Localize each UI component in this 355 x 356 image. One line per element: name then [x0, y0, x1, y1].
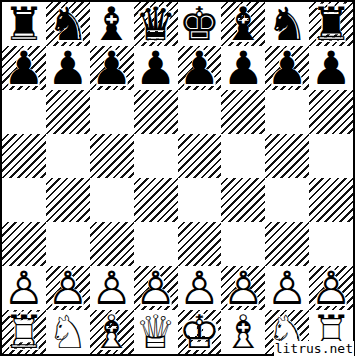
square-f4	[221, 178, 265, 222]
piece-white-pawn: ♟♙	[265, 266, 309, 310]
square-c1: ♝♗	[90, 310, 134, 354]
square-c8: ♝♝	[90, 2, 134, 46]
piece-glyph: ♝	[90, 2, 134, 46]
square-c5	[90, 134, 134, 178]
piece-glyph: ♛	[134, 2, 178, 46]
square-d8: ♛♛	[134, 2, 178, 46]
square-h7: ♟♟	[309, 46, 353, 90]
piece-white-queen: ♛♕	[134, 310, 178, 354]
square-d3	[134, 222, 178, 266]
square-h5	[309, 134, 353, 178]
square-g6	[265, 90, 309, 134]
piece-black-pawn: ♟♟	[309, 46, 353, 90]
square-f6	[221, 90, 265, 134]
piece-black-pawn: ♟♟	[90, 46, 134, 90]
square-h3	[309, 222, 353, 266]
piece-white-pawn: ♟♙	[90, 266, 134, 310]
square-e6	[178, 90, 222, 134]
piece-black-pawn: ♟♟	[265, 46, 309, 90]
piece-white-pawn: ♟♙	[134, 266, 178, 310]
piece-white-bishop: ♝♗	[90, 310, 134, 354]
piece-glyph: ♟	[90, 46, 134, 90]
piece-glyph: ♕	[134, 310, 178, 354]
piece-white-pawn: ♟♙	[221, 266, 265, 310]
piece-glyph: ♞	[46, 2, 90, 46]
piece-white-bishop: ♝♗	[221, 310, 265, 354]
piece-glyph: ♙	[134, 266, 178, 310]
piece-glyph: ♙	[90, 266, 134, 310]
piece-glyph: ♝	[221, 2, 265, 46]
square-h8: ♜♜	[309, 2, 353, 46]
piece-glyph: ♟	[265, 46, 309, 90]
piece-white-knight: ♞♘	[46, 310, 90, 354]
square-c2: ♟♙	[90, 266, 134, 310]
piece-black-knight: ♞♞	[46, 2, 90, 46]
piece-black-rook: ♜♜	[309, 2, 353, 46]
piece-black-bishop: ♝♝	[221, 2, 265, 46]
square-h4	[309, 178, 353, 222]
square-b6	[46, 90, 90, 134]
piece-glyph: ♟	[309, 46, 353, 90]
square-a2: ♟♙	[2, 266, 46, 310]
square-a4	[2, 178, 46, 222]
square-b8: ♞♞	[46, 2, 90, 46]
piece-black-knight: ♞♞	[265, 2, 309, 46]
square-a1: ♜♖	[2, 310, 46, 354]
square-e2: ♟♙	[178, 266, 222, 310]
square-d5	[134, 134, 178, 178]
square-g7: ♟♟	[265, 46, 309, 90]
square-b2: ♟♙	[46, 266, 90, 310]
square-g2: ♟♙	[265, 266, 309, 310]
square-e5	[178, 134, 222, 178]
piece-glyph: ♖	[2, 310, 46, 354]
square-d4	[134, 178, 178, 222]
piece-white-pawn: ♟♙	[46, 266, 90, 310]
piece-white-pawn: ♟♙	[178, 266, 222, 310]
square-a6	[2, 90, 46, 134]
square-e8: ♚♚	[178, 2, 222, 46]
square-a7: ♟♟	[2, 46, 46, 90]
piece-black-queen: ♛♛	[134, 2, 178, 46]
square-d1: ♛♕	[134, 310, 178, 354]
piece-black-pawn: ♟♟	[46, 46, 90, 90]
piece-glyph: ♙	[265, 266, 309, 310]
piece-glyph: ♗	[90, 310, 134, 354]
piece-glyph: ♗	[221, 310, 265, 354]
square-e7: ♟♟	[178, 46, 222, 90]
square-a5	[2, 134, 46, 178]
square-f3	[221, 222, 265, 266]
square-h2: ♟♙	[309, 266, 353, 310]
piece-glyph: ♟	[134, 46, 178, 90]
square-g4	[265, 178, 309, 222]
square-c6	[90, 90, 134, 134]
piece-black-pawn: ♟♟	[134, 46, 178, 90]
piece-glyph: ♚	[178, 2, 222, 46]
piece-glyph: ♙	[221, 266, 265, 310]
square-b3	[46, 222, 90, 266]
piece-glyph: ♔	[178, 310, 222, 354]
piece-glyph: ♘	[46, 310, 90, 354]
piece-white-pawn: ♟♙	[309, 266, 353, 310]
piece-glyph: ♟	[221, 46, 265, 90]
square-e1: ♚♔	[178, 310, 222, 354]
square-g3	[265, 222, 309, 266]
piece-glyph: ♙	[2, 266, 46, 310]
square-a3	[2, 222, 46, 266]
piece-glyph: ♞	[265, 2, 309, 46]
piece-black-bishop: ♝♝	[90, 2, 134, 46]
piece-glyph: ♟	[2, 46, 46, 90]
square-b7: ♟♟	[46, 46, 90, 90]
watermark: litrus.net	[274, 341, 354, 356]
piece-white-pawn: ♟♙	[2, 266, 46, 310]
piece-black-king: ♚♚	[178, 2, 222, 46]
square-f1: ♝♗	[221, 310, 265, 354]
square-a8: ♜♜	[2, 2, 46, 46]
piece-glyph: ♟	[178, 46, 222, 90]
square-f5	[221, 134, 265, 178]
chess-board: ♜♜♞♞♝♝♛♛♚♚♝♝♞♞♜♜♟♟♟♟♟♟♟♟♟♟♟♟♟♟♟♟♟♙♟♙♟♙♟♙…	[0, 0, 355, 356]
square-f2: ♟♙	[221, 266, 265, 310]
square-e3	[178, 222, 222, 266]
square-c7: ♟♟	[90, 46, 134, 90]
piece-glyph: ♟	[46, 46, 90, 90]
piece-glyph: ♙	[178, 266, 222, 310]
piece-glyph: ♜	[309, 2, 353, 46]
piece-black-pawn: ♟♟	[2, 46, 46, 90]
square-h6	[309, 90, 353, 134]
square-c4	[90, 178, 134, 222]
square-d7: ♟♟	[134, 46, 178, 90]
square-g5	[265, 134, 309, 178]
square-f7: ♟♟	[221, 46, 265, 90]
square-d2: ♟♙	[134, 266, 178, 310]
square-e4	[178, 178, 222, 222]
piece-glyph: ♜	[2, 2, 46, 46]
piece-white-king: ♚♔	[178, 310, 222, 354]
piece-glyph: ♙	[46, 266, 90, 310]
square-b1: ♞♘	[46, 310, 90, 354]
chess-diagram: ♜♜♞♞♝♝♛♛♚♚♝♝♞♞♜♜♟♟♟♟♟♟♟♟♟♟♟♟♟♟♟♟♟♙♟♙♟♙♟♙…	[0, 0, 355, 356]
square-g8: ♞♞	[265, 2, 309, 46]
piece-glyph: ♙	[309, 266, 353, 310]
piece-black-pawn: ♟♟	[178, 46, 222, 90]
piece-black-rook: ♜♜	[2, 2, 46, 46]
square-d6	[134, 90, 178, 134]
square-c3	[90, 222, 134, 266]
square-f8: ♝♝	[221, 2, 265, 46]
square-b5	[46, 134, 90, 178]
piece-black-pawn: ♟♟	[221, 46, 265, 90]
square-b4	[46, 178, 90, 222]
piece-white-rook: ♜♖	[2, 310, 46, 354]
